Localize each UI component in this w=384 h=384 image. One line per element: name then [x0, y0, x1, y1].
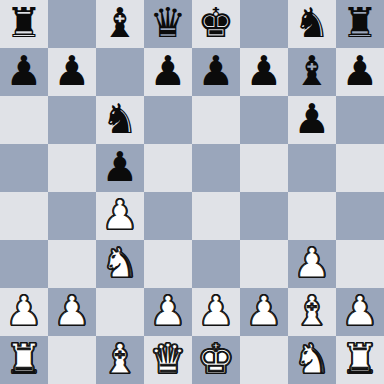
piece-white-rook[interactable]: ♜ [6, 335, 43, 383]
square-h5[interactable] [336, 144, 384, 192]
square-h3[interactable] [336, 240, 384, 288]
square-g7[interactable]: ♝ [288, 48, 336, 96]
square-b5[interactable] [48, 144, 96, 192]
piece-white-pawn[interactable]: ♟ [246, 287, 283, 335]
square-h1[interactable]: ♜ [336, 336, 384, 384]
piece-white-pawn[interactable]: ♟ [294, 239, 331, 287]
square-a8[interactable]: ♜ [0, 0, 48, 48]
square-c7[interactable] [96, 48, 144, 96]
square-a3[interactable] [0, 240, 48, 288]
square-h4[interactable] [336, 192, 384, 240]
square-e3[interactable] [192, 240, 240, 288]
square-g6[interactable]: ♟ [288, 96, 336, 144]
square-e2[interactable]: ♟ [192, 288, 240, 336]
square-a7[interactable]: ♟ [0, 48, 48, 96]
piece-white-knight[interactable]: ♞ [294, 335, 331, 383]
piece-black-pawn[interactable]: ♟ [150, 47, 187, 95]
square-b1[interactable] [48, 336, 96, 384]
square-g5[interactable] [288, 144, 336, 192]
square-g1[interactable]: ♞ [288, 336, 336, 384]
square-g3[interactable]: ♟ [288, 240, 336, 288]
piece-white-pawn[interactable]: ♟ [6, 287, 43, 335]
square-a1[interactable]: ♜ [0, 336, 48, 384]
square-f6[interactable] [240, 96, 288, 144]
chess-board: ♜♝♛♚♞♜♟♟♟♟♟♝♟♞♟♟♟♞♟♟♟♟♟♟♝♟♜♝♛♚♞♜ [0, 0, 384, 384]
piece-black-rook[interactable]: ♜ [6, 0, 43, 47]
square-e7[interactable]: ♟ [192, 48, 240, 96]
square-b3[interactable] [48, 240, 96, 288]
square-f5[interactable] [240, 144, 288, 192]
square-b4[interactable] [48, 192, 96, 240]
square-f7[interactable]: ♟ [240, 48, 288, 96]
piece-white-pawn[interactable]: ♟ [150, 287, 187, 335]
piece-white-knight[interactable]: ♞ [102, 239, 139, 287]
square-a6[interactable] [0, 96, 48, 144]
square-b2[interactable]: ♟ [48, 288, 96, 336]
square-b6[interactable] [48, 96, 96, 144]
square-d7[interactable]: ♟ [144, 48, 192, 96]
square-g8[interactable]: ♞ [288, 0, 336, 48]
square-c5[interactable]: ♟ [96, 144, 144, 192]
square-e4[interactable] [192, 192, 240, 240]
piece-black-knight[interactable]: ♞ [294, 0, 331, 47]
square-h7[interactable]: ♟ [336, 48, 384, 96]
piece-black-pawn[interactable]: ♟ [54, 47, 91, 95]
piece-black-pawn[interactable]: ♟ [294, 95, 331, 143]
piece-white-king[interactable]: ♚ [198, 335, 235, 383]
square-b7[interactable]: ♟ [48, 48, 96, 96]
square-h6[interactable] [336, 96, 384, 144]
square-d2[interactable]: ♟ [144, 288, 192, 336]
square-e1[interactable]: ♚ [192, 336, 240, 384]
square-a5[interactable] [0, 144, 48, 192]
piece-black-bishop[interactable]: ♝ [294, 47, 331, 95]
square-d3[interactable] [144, 240, 192, 288]
square-c4[interactable]: ♟ [96, 192, 144, 240]
piece-black-bishop[interactable]: ♝ [102, 0, 139, 47]
piece-white-bishop[interactable]: ♝ [102, 335, 139, 383]
piece-white-pawn[interactable]: ♟ [342, 287, 379, 335]
square-d5[interactable] [144, 144, 192, 192]
square-c2[interactable] [96, 288, 144, 336]
piece-white-queen[interactable]: ♛ [150, 335, 187, 383]
square-c8[interactable]: ♝ [96, 0, 144, 48]
square-c6[interactable]: ♞ [96, 96, 144, 144]
square-d4[interactable] [144, 192, 192, 240]
piece-white-bishop[interactable]: ♝ [294, 287, 331, 335]
piece-white-pawn[interactable]: ♟ [102, 191, 139, 239]
piece-black-pawn[interactable]: ♟ [102, 143, 139, 191]
square-e6[interactable] [192, 96, 240, 144]
piece-black-knight[interactable]: ♞ [102, 95, 139, 143]
square-e8[interactable]: ♚ [192, 0, 240, 48]
piece-black-pawn[interactable]: ♟ [246, 47, 283, 95]
square-c3[interactable]: ♞ [96, 240, 144, 288]
square-g2[interactable]: ♝ [288, 288, 336, 336]
square-e5[interactable] [192, 144, 240, 192]
square-b8[interactable] [48, 0, 96, 48]
square-h8[interactable]: ♜ [336, 0, 384, 48]
piece-black-rook[interactable]: ♜ [342, 0, 379, 47]
piece-black-king[interactable]: ♚ [198, 0, 235, 47]
square-f8[interactable] [240, 0, 288, 48]
piece-black-pawn[interactable]: ♟ [342, 47, 379, 95]
piece-black-pawn[interactable]: ♟ [6, 47, 43, 95]
piece-black-pawn[interactable]: ♟ [198, 47, 235, 95]
square-d8[interactable]: ♛ [144, 0, 192, 48]
square-f3[interactable] [240, 240, 288, 288]
square-d6[interactable] [144, 96, 192, 144]
square-f1[interactable] [240, 336, 288, 384]
square-f2[interactable]: ♟ [240, 288, 288, 336]
square-f4[interactable] [240, 192, 288, 240]
square-a4[interactable] [0, 192, 48, 240]
square-c1[interactable]: ♝ [96, 336, 144, 384]
square-g4[interactable] [288, 192, 336, 240]
square-d1[interactable]: ♛ [144, 336, 192, 384]
piece-white-pawn[interactable]: ♟ [54, 287, 91, 335]
piece-white-pawn[interactable]: ♟ [198, 287, 235, 335]
square-h2[interactable]: ♟ [336, 288, 384, 336]
piece-black-queen[interactable]: ♛ [150, 0, 187, 47]
piece-white-rook[interactable]: ♜ [342, 335, 379, 383]
square-a2[interactable]: ♟ [0, 288, 48, 336]
